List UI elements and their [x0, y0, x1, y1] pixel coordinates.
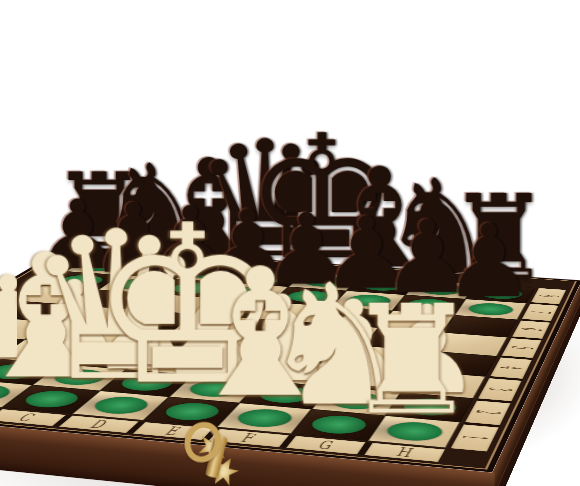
product-photo: ABCDEFGH 87654321 ♜♞♝♛♚♝♞♜♟♟♟♟♟♟♟♟♟♟♟♟♟♟… — [0, 0, 580, 486]
chess-board: ABCDEFGH 87654321 ♜♞♝♛♚♝♞♜♟♟♟♟♟♟♟♟♟♟♟♟♟♟… — [0, 247, 580, 473]
scene: ABCDEFGH 87654321 ♜♞♝♛♚♝♞♜♟♟♟♟♟♟♟♟♟♟♟♟♟♟… — [0, 0, 580, 486]
piece-white-rook: ♜ — [233, 286, 580, 436]
brass-clasp — [178, 418, 266, 486]
piece-anchor-h1: ♜ — [368, 416, 460, 448]
